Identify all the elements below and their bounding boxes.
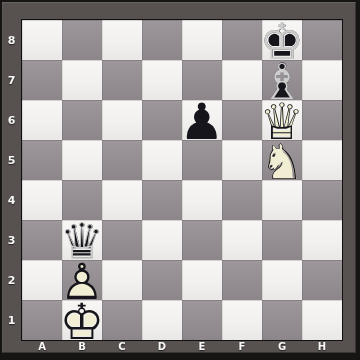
rank-label-3: 3	[2, 220, 21, 260]
square-f5[interactable]	[222, 140, 262, 180]
square-h7[interactable]	[302, 60, 342, 100]
square-a4[interactable]	[22, 180, 62, 220]
square-a6[interactable]	[22, 100, 62, 140]
square-d1[interactable]	[142, 300, 182, 340]
square-c6[interactable]	[102, 100, 142, 140]
square-d3[interactable]	[142, 220, 182, 260]
square-c3[interactable]	[102, 220, 142, 260]
square-a1[interactable]	[22, 300, 62, 340]
square-f3[interactable]	[222, 220, 262, 260]
square-c4[interactable]	[102, 180, 142, 220]
square-b8[interactable]	[62, 20, 102, 60]
square-a3[interactable]	[22, 220, 62, 260]
square-e8[interactable]	[182, 20, 222, 60]
square-e3[interactable]	[182, 220, 222, 260]
square-d7[interactable]	[142, 60, 182, 100]
square-e2[interactable]	[182, 260, 222, 300]
square-g4[interactable]	[262, 180, 302, 220]
square-h3[interactable]	[302, 220, 342, 260]
square-e6[interactable]: ♟	[182, 100, 222, 140]
square-g2[interactable]	[262, 260, 302, 300]
file-label-f: F	[222, 342, 262, 352]
rank-label-2: 2	[2, 260, 21, 300]
square-g5[interactable]: ♞♘	[262, 140, 302, 180]
file-label-b: B	[62, 342, 102, 352]
square-h1[interactable]	[302, 300, 342, 340]
square-e4[interactable]	[182, 180, 222, 220]
square-g3[interactable]	[262, 220, 302, 260]
rank-labels: 87654321	[2, 20, 21, 340]
file-labels: ABCDEFGH	[22, 342, 342, 352]
square-b6[interactable]	[62, 100, 102, 140]
square-e5[interactable]	[182, 140, 222, 180]
rank-label-7: 7	[2, 60, 21, 100]
square-a7[interactable]	[22, 60, 62, 100]
piece-white-king: ♚♔	[62, 300, 102, 340]
file-label-a: A	[22, 342, 62, 352]
square-h5[interactable]	[302, 140, 342, 180]
piece-black-pawn: ♟	[182, 100, 222, 140]
file-label-d: D	[142, 342, 182, 352]
square-h2[interactable]	[302, 260, 342, 300]
file-label-c: C	[102, 342, 142, 352]
piece-white-knight: ♞♘	[262, 140, 302, 180]
square-h6[interactable]	[302, 100, 342, 140]
square-c5[interactable]	[102, 140, 142, 180]
square-a5[interactable]	[22, 140, 62, 180]
square-e1[interactable]	[182, 300, 222, 340]
square-b5[interactable]	[62, 140, 102, 180]
square-c1[interactable]	[102, 300, 142, 340]
square-d8[interactable]	[142, 20, 182, 60]
square-h4[interactable]	[302, 180, 342, 220]
square-d2[interactable]	[142, 260, 182, 300]
square-a2[interactable]	[22, 260, 62, 300]
board-frame: 87654321 ♚♔♝♗♟♛♕♞♘♛♕♟♙♚♔ ABCDEFGH	[2, 2, 356, 353]
black-pawn-glyph: ♟	[182, 102, 222, 142]
square-f7[interactable]	[222, 60, 262, 100]
square-f4[interactable]	[222, 180, 262, 220]
square-f1[interactable]	[222, 300, 262, 340]
square-c8[interactable]	[102, 20, 142, 60]
square-g1[interactable]	[262, 300, 302, 340]
square-h8[interactable]	[302, 20, 342, 60]
rank-label-8: 8	[2, 20, 21, 60]
rank-label-4: 4	[2, 180, 21, 220]
rank-label-6: 6	[2, 100, 21, 140]
white-knight-outline: ♘	[262, 142, 302, 182]
square-a8[interactable]	[22, 20, 62, 60]
square-f6[interactable]	[222, 100, 262, 140]
white-king-outline: ♔	[62, 302, 102, 342]
rank-label-5: 5	[2, 140, 21, 180]
square-b7[interactable]	[62, 60, 102, 100]
file-label-e: E	[182, 342, 222, 352]
square-f8[interactable]	[222, 20, 262, 60]
chess-diagram: 87654321 ♚♔♝♗♟♛♕♞♘♛♕♟♙♚♔ ABCDEFGH	[0, 0, 360, 360]
file-label-h: H	[302, 342, 342, 352]
square-d5[interactable]	[142, 140, 182, 180]
chess-board: ♚♔♝♗♟♛♕♞♘♛♕♟♙♚♔	[21, 19, 343, 341]
square-c2[interactable]	[102, 260, 142, 300]
square-d6[interactable]	[142, 100, 182, 140]
square-d4[interactable]	[142, 180, 182, 220]
file-label-g: G	[262, 342, 302, 352]
square-c7[interactable]	[102, 60, 142, 100]
square-f2[interactable]	[222, 260, 262, 300]
square-b1[interactable]: ♚♔	[62, 300, 102, 340]
rank-label-1: 1	[2, 300, 21, 340]
